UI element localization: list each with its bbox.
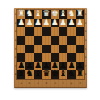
white-rook: ♜ (76, 9, 84, 18)
black-rook: ♜ (76, 69, 84, 78)
white-bishop: ♝ (34, 9, 42, 18)
white-knight: ♞ (25, 9, 33, 18)
square-a7[interactable]: ♟ (17, 62, 25, 71)
white-pawn: ♟ (51, 17, 59, 26)
square-a1[interactable]: ♜ (17, 10, 25, 19)
white-bishop: ♝ (59, 9, 67, 18)
square-e3[interactable] (51, 27, 59, 36)
square-d8[interactable]: ♛ (42, 70, 50, 79)
black-rook: ♜ (17, 69, 25, 78)
white-pawn: ♟ (67, 17, 75, 26)
square-d7[interactable]: ♟ (42, 62, 50, 71)
black-knight: ♞ (25, 69, 33, 78)
square-a5[interactable] (17, 45, 25, 54)
square-h7[interactable]: ♟ (76, 62, 84, 71)
white-knight: ♞ (67, 9, 75, 18)
square-g7[interactable]: ♟ (67, 62, 75, 71)
black-pawn: ♟ (67, 60, 75, 69)
square-a8[interactable]: ♜ (17, 70, 25, 79)
square-f2[interactable]: ♟ (59, 19, 67, 28)
square-a6[interactable] (17, 53, 25, 62)
square-f8[interactable]: ♝ (59, 70, 67, 79)
square-g2[interactable]: ♟ (67, 19, 75, 28)
rank-label-5: 5 (85, 47, 86, 51)
square-d1[interactable]: ♛ (42, 10, 50, 19)
white-queen: ♛ (42, 9, 50, 18)
file-label-d: d (45, 81, 49, 82)
file-label-c: c (36, 81, 40, 82)
square-d2[interactable]: ♟ (42, 19, 50, 28)
square-c5[interactable] (34, 45, 42, 54)
square-e1[interactable]: ♚ (51, 10, 59, 19)
square-g1[interactable]: ♞ (67, 10, 75, 19)
file-label-g: g (70, 81, 74, 82)
square-d6[interactable] (42, 53, 50, 62)
black-pawn: ♟ (59, 60, 67, 69)
square-f7[interactable]: ♟ (59, 62, 67, 71)
square-g6[interactable] (67, 53, 75, 62)
square-c7[interactable]: ♟ (34, 62, 42, 71)
rank-label-1: 1 (15, 13, 16, 17)
square-e8[interactable]: ♚ (51, 70, 59, 79)
square-g8[interactable]: ♞ (67, 70, 75, 79)
black-pawn: ♟ (34, 60, 42, 69)
square-e7[interactable]: ♟ (51, 62, 59, 71)
rank-label-2: 2 (85, 21, 86, 25)
rank-labels-left: 12345678 (14, 10, 17, 79)
square-c8[interactable]: ♝ (34, 70, 42, 79)
black-pawn: ♟ (51, 60, 59, 69)
square-a2[interactable]: ♟ (17, 19, 25, 28)
file-label-e: e (53, 81, 57, 82)
square-a4[interactable] (17, 36, 25, 45)
black-queen: ♛ (42, 69, 50, 78)
square-e4[interactable] (51, 36, 59, 45)
black-bishop: ♝ (59, 69, 67, 78)
white-pawn: ♟ (42, 17, 50, 26)
square-b8[interactable]: ♞ (25, 70, 33, 79)
square-f4[interactable] (59, 36, 67, 45)
square-b5[interactable] (25, 45, 33, 54)
rank-label-2: 2 (15, 21, 16, 25)
file-label-h: h (78, 81, 82, 82)
square-b4[interactable] (25, 36, 33, 45)
black-pawn: ♟ (42, 60, 50, 69)
rank-label-5: 5 (15, 47, 16, 51)
square-h1[interactable]: ♜ (76, 10, 84, 19)
file-labels: abcdefgh (17, 81, 84, 84)
square-b1[interactable]: ♞ (25, 10, 33, 19)
chess-board: ♜♞♝♛♚♝♞♜♟♟♟♟♟♟♟♟♟♟♟♟♟♟♟♟♜♞♝♛♚♝♞♜ abcdefg… (14, 8, 87, 88)
square-c1[interactable]: ♝ (34, 10, 42, 19)
square-c4[interactable] (34, 36, 42, 45)
square-c6[interactable] (34, 53, 42, 62)
square-h6[interactable] (76, 53, 84, 62)
square-b6[interactable] (25, 53, 33, 62)
board-edge (14, 87, 87, 89)
file-label-a: a (19, 81, 23, 82)
white-pawn: ♟ (76, 17, 84, 26)
square-h5[interactable] (76, 45, 84, 54)
black-knight: ♞ (67, 69, 75, 78)
rank-label-3: 3 (15, 30, 16, 34)
square-d3[interactable] (42, 27, 50, 36)
square-h2[interactable]: ♟ (76, 19, 84, 28)
square-g4[interactable] (67, 36, 75, 45)
black-bishop: ♝ (34, 69, 42, 78)
square-g3[interactable] (67, 27, 75, 36)
square-h3[interactable] (76, 27, 84, 36)
rank-label-7: 7 (15, 64, 16, 68)
rank-label-8: 8 (15, 73, 16, 77)
black-pawn: ♟ (25, 60, 33, 69)
square-h4[interactable] (76, 36, 84, 45)
file-label-f: f (61, 81, 65, 82)
square-b7[interactable]: ♟ (25, 62, 33, 71)
rank-label-6: 6 (15, 56, 16, 60)
square-e5[interactable] (51, 45, 59, 54)
square-b3[interactable] (25, 27, 33, 36)
square-h8[interactable]: ♜ (76, 70, 84, 79)
square-f3[interactable] (59, 27, 67, 36)
white-king: ♚ (51, 9, 59, 18)
rank-labels-right: 12345678 (84, 10, 87, 79)
rank-label-6: 6 (85, 56, 86, 60)
square-d5[interactable] (42, 45, 50, 54)
product-photo: ♜♞♝♛♚♝♞♜♟♟♟♟♟♟♟♟♟♟♟♟♟♟♟♟♜♞♝♛♚♝♞♜ abcdefg… (0, 0, 100, 100)
square-f6[interactable] (59, 53, 67, 62)
white-pawn: ♟ (25, 17, 33, 26)
square-e6[interactable] (51, 53, 59, 62)
rank-label-7: 7 (85, 64, 86, 68)
white-rook: ♜ (17, 9, 25, 18)
rank-label-1: 1 (85, 13, 86, 17)
square-e2[interactable]: ♟ (51, 19, 59, 28)
rank-label-4: 4 (85, 38, 86, 42)
square-c2[interactable]: ♟ (34, 19, 42, 28)
square-c3[interactable] (34, 27, 42, 36)
black-pawn: ♟ (76, 60, 84, 69)
black-king: ♚ (51, 69, 59, 78)
white-pawn: ♟ (17, 17, 25, 26)
white-pawn: ♟ (34, 17, 42, 26)
white-pawn: ♟ (59, 17, 67, 26)
square-b2[interactable]: ♟ (25, 19, 33, 28)
square-f1[interactable]: ♝ (59, 10, 67, 19)
square-g5[interactable] (67, 45, 75, 54)
square-d4[interactable] (42, 36, 50, 45)
board-grid: ♜♞♝♛♚♝♞♜♟♟♟♟♟♟♟♟♟♟♟♟♟♟♟♟♜♞♝♛♚♝♞♜ (17, 10, 84, 79)
black-pawn: ♟ (17, 60, 25, 69)
square-f5[interactable] (59, 45, 67, 54)
rank-label-8: 8 (85, 73, 86, 77)
file-label-b: b (28, 81, 32, 82)
square-a3[interactable] (17, 27, 25, 36)
rank-label-4: 4 (15, 38, 16, 42)
rank-label-3: 3 (85, 30, 86, 34)
